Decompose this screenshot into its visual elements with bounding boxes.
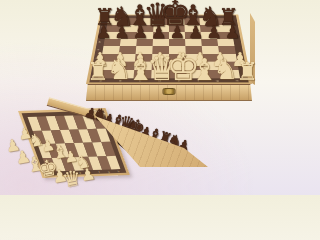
loose-piece-light-q: ♛ bbox=[61, 168, 83, 192]
coord-label: h bbox=[117, 170, 120, 173]
product-photo-chess-set: { "game": "chess", "scene": { "type": "p… bbox=[0, 0, 260, 195]
folded-board-group: abcdefgh ♟♞♟♝♛♚♟♝♜♞♟ ♟♞♟♝♟♞♟♟♝♚♟♛♟ bbox=[0, 0, 260, 195]
coord-label: f bbox=[98, 171, 100, 174]
coord-label: g bbox=[107, 170, 110, 173]
